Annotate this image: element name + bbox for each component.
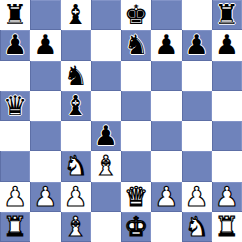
square-a6[interactable]	[0, 61, 30, 91]
square-a4[interactable]	[0, 121, 30, 151]
piece-white-pawn[interactable]: ♟	[185, 182, 209, 212]
square-e2[interactable]: ♛	[121, 182, 151, 212]
square-d4[interactable]: ♟	[91, 121, 121, 151]
square-g5[interactable]	[182, 91, 212, 121]
square-d8[interactable]	[91, 0, 121, 30]
piece-white-pawn[interactable]: ♟	[33, 182, 57, 212]
piece-white-knight[interactable]: ♞	[64, 151, 88, 181]
piece-white-knight[interactable]: ♞	[185, 212, 209, 242]
square-c1[interactable]: ♝	[61, 212, 91, 242]
piece-white-pawn[interactable]: ♟	[3, 182, 27, 212]
piece-white-rook[interactable]: ♜	[3, 212, 27, 242]
piece-black-pawn[interactable]: ♟	[185, 30, 209, 60]
square-c6[interactable]: ♞	[61, 61, 91, 91]
square-c2[interactable]: ♟	[61, 182, 91, 212]
square-f2[interactable]: ♟	[151, 182, 181, 212]
square-b1[interactable]	[30, 212, 60, 242]
square-g4[interactable]	[182, 121, 212, 151]
square-h3[interactable]	[212, 151, 242, 181]
piece-black-knight[interactable]: ♞	[64, 61, 88, 91]
square-e6[interactable]	[121, 61, 151, 91]
piece-black-queen[interactable]: ♛	[3, 91, 27, 121]
piece-white-bishop[interactable]: ♝	[64, 212, 88, 242]
square-f7[interactable]: ♟	[151, 30, 181, 60]
piece-black-pawn[interactable]: ♟	[94, 121, 118, 151]
square-c5[interactable]: ♝	[61, 91, 91, 121]
square-g3[interactable]	[182, 151, 212, 181]
square-d5[interactable]	[91, 91, 121, 121]
square-b5[interactable]	[30, 91, 60, 121]
piece-black-pawn[interactable]: ♟	[215, 30, 239, 60]
piece-black-king[interactable]: ♚	[124, 0, 148, 30]
piece-white-rook[interactable]: ♜	[215, 212, 239, 242]
square-d6[interactable]	[91, 61, 121, 91]
square-a2[interactable]: ♟	[0, 182, 30, 212]
piece-white-pawn[interactable]: ♟	[154, 182, 178, 212]
square-a3[interactable]	[0, 151, 30, 181]
square-h4[interactable]	[212, 121, 242, 151]
square-e8[interactable]: ♚	[121, 0, 151, 30]
square-b4[interactable]	[30, 121, 60, 151]
square-f1[interactable]	[151, 212, 181, 242]
square-g1[interactable]: ♞	[182, 212, 212, 242]
square-b7[interactable]: ♟	[30, 30, 60, 60]
square-h5[interactable]	[212, 91, 242, 121]
square-f6[interactable]	[151, 61, 181, 91]
piece-white-pawn[interactable]: ♟	[64, 182, 88, 212]
piece-black-pawn[interactable]: ♟	[3, 30, 27, 60]
square-d3[interactable]: ♝	[91, 151, 121, 181]
piece-black-rook[interactable]: ♜	[3, 0, 27, 30]
square-g8[interactable]	[182, 0, 212, 30]
square-g7[interactable]: ♟	[182, 30, 212, 60]
square-h2[interactable]: ♟	[212, 182, 242, 212]
piece-white-pawn[interactable]: ♟	[215, 182, 239, 212]
square-e4[interactable]	[121, 121, 151, 151]
piece-black-pawn[interactable]: ♟	[33, 30, 57, 60]
square-h6[interactable]	[212, 61, 242, 91]
square-h1[interactable]: ♜	[212, 212, 242, 242]
piece-black-bishop[interactable]: ♝	[64, 0, 88, 30]
square-h8[interactable]: ♜	[212, 0, 242, 30]
square-b3[interactable]	[30, 151, 60, 181]
square-a7[interactable]: ♟	[0, 30, 30, 60]
piece-white-bishop[interactable]: ♝	[94, 151, 118, 181]
square-e5[interactable]	[121, 91, 151, 121]
square-c4[interactable]	[61, 121, 91, 151]
square-d2[interactable]	[91, 182, 121, 212]
piece-white-queen[interactable]: ♛	[124, 182, 148, 212]
square-b8[interactable]	[30, 0, 60, 30]
square-c7[interactable]	[61, 30, 91, 60]
square-g2[interactable]: ♟	[182, 182, 212, 212]
square-f3[interactable]	[151, 151, 181, 181]
square-g6[interactable]	[182, 61, 212, 91]
square-e3[interactable]	[121, 151, 151, 181]
square-f4[interactable]	[151, 121, 181, 151]
piece-black-bishop[interactable]: ♝	[64, 91, 88, 121]
square-f8[interactable]	[151, 0, 181, 30]
square-a8[interactable]: ♜	[0, 0, 30, 30]
chess-board: ♜♝♚♜♟♟♞♟♟♟♞♛♝♟♞♝♟♟♟♛♟♟♟♜♝♚♞♜	[0, 0, 242, 242]
piece-black-knight[interactable]: ♞	[124, 30, 148, 60]
square-a5[interactable]: ♛	[0, 91, 30, 121]
square-e7[interactable]: ♞	[121, 30, 151, 60]
piece-black-pawn[interactable]: ♟	[154, 30, 178, 60]
square-d7[interactable]	[91, 30, 121, 60]
square-c8[interactable]: ♝	[61, 0, 91, 30]
square-e1[interactable]: ♚	[121, 212, 151, 242]
square-c3[interactable]: ♞	[61, 151, 91, 181]
square-b6[interactable]	[30, 61, 60, 91]
square-b2[interactable]: ♟	[30, 182, 60, 212]
square-h7[interactable]: ♟	[212, 30, 242, 60]
square-a1[interactable]: ♜	[0, 212, 30, 242]
piece-black-rook[interactable]: ♜	[215, 0, 239, 30]
square-d1[interactable]	[91, 212, 121, 242]
square-f5[interactable]	[151, 91, 181, 121]
piece-white-king[interactable]: ♚	[124, 212, 148, 242]
